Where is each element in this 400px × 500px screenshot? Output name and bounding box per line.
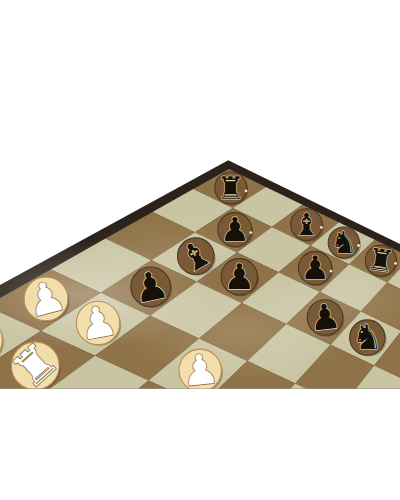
white-pawn-disc: ♟	[179, 345, 223, 397]
board-scene: ♜♝♞♜♟♟♝♟♟♞♟♟♟♟♟♜	[0, 160, 400, 500]
chessboard-photo: ♜♝♞♜♟♟♝♟♟♞♟♟♟♟♟♜	[0, 0, 400, 500]
board-square	[0, 462, 15, 500]
specular-glint	[394, 262, 397, 265]
black-rook-icon: ♜	[365, 241, 397, 279]
black-pawn-disc: ♟	[307, 296, 344, 339]
board-square	[357, 428, 400, 500]
product-photo-canvas: ♜♝♞♜♟♟♝♟♟♞♟♟♟♟♟♜	[0, 0, 400, 500]
board-square	[261, 453, 356, 500]
black-knight-icon: ♞	[352, 317, 383, 357]
board-square	[318, 476, 400, 500]
black-pawn-icon: ♟	[300, 249, 329, 287]
board-square	[145, 483, 262, 500]
black-bishop-icon: ♝	[293, 207, 321, 242]
board-square	[390, 386, 400, 449]
white-pawn-icon: ♟	[179, 345, 221, 397]
specular-glint	[357, 244, 360, 247]
board-square	[15, 431, 147, 500]
board-square	[204, 429, 305, 500]
black-knight-icon: ♞	[330, 225, 357, 260]
board-square	[80, 457, 204, 500]
board-square	[0, 404, 88, 492]
board-square	[254, 384, 343, 453]
black-rook-disc: ♜	[215, 170, 249, 206]
black-knight-disc: ♞	[328, 225, 361, 260]
black-pawn-disc: ♟	[221, 256, 259, 297]
black-pawn-icon: ♟	[223, 256, 255, 297]
board-square	[306, 406, 390, 477]
black-pawn-disc: ♟	[298, 249, 333, 287]
black-pawn-icon: ♟	[307, 296, 342, 339]
black-pawn-disc: ♟	[218, 210, 254, 249]
specular-glint	[330, 270, 333, 273]
board-square	[88, 380, 201, 457]
black-bishop-disc: ♝	[291, 207, 324, 242]
board-square	[0, 491, 80, 500]
specular-glint	[250, 231, 253, 234]
black-knight-disc: ♞	[350, 317, 387, 357]
specular-glint	[320, 226, 323, 229]
board-square	[147, 405, 254, 483]
board-square	[0, 377, 29, 462]
black-rook-icon: ♜	[217, 170, 245, 206]
specular-glint	[245, 190, 248, 193]
black-pawn-icon: ♟	[220, 210, 250, 249]
